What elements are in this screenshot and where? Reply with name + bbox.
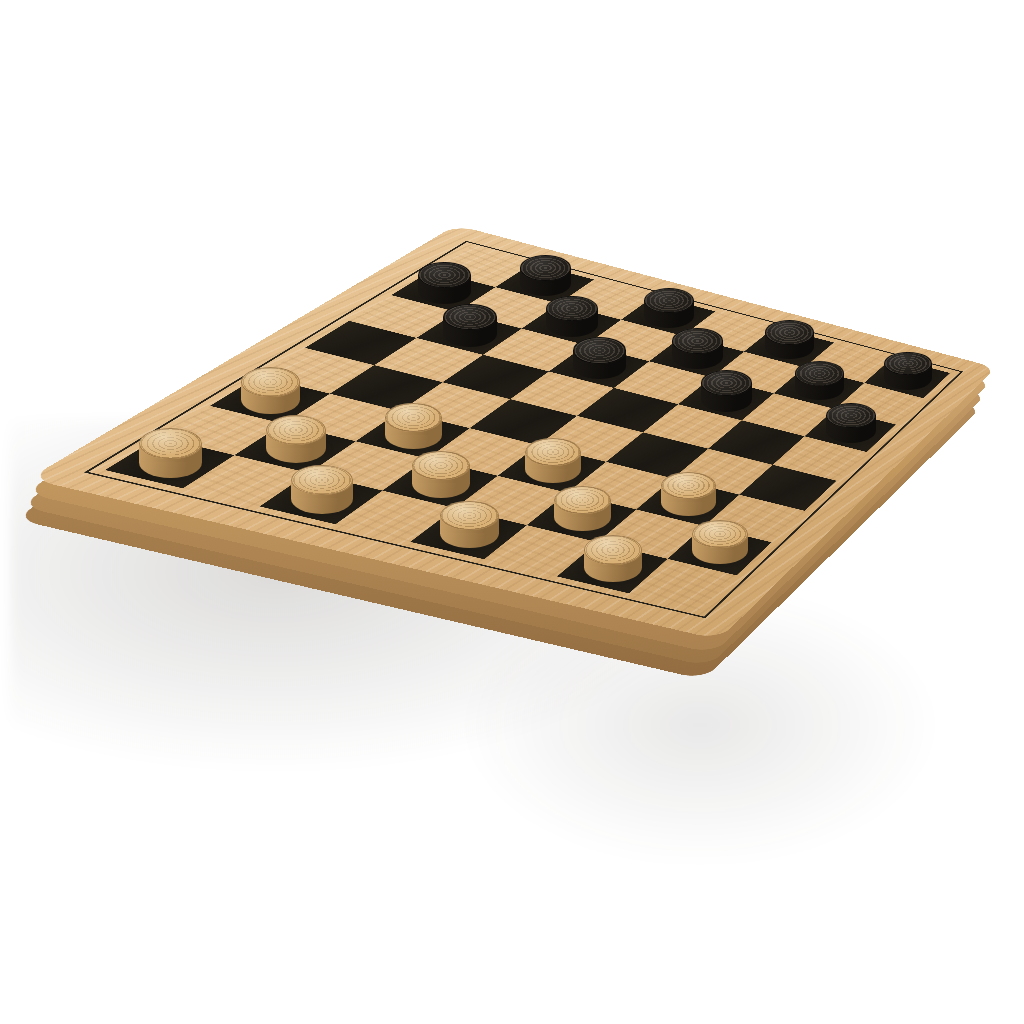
piece-black[interactable] [884, 352, 932, 390]
piece-black[interactable] [644, 288, 694, 328]
piece-white[interactable] [385, 403, 443, 449]
piece-white[interactable] [440, 501, 500, 549]
piece-black[interactable] [672, 328, 723, 369]
piece-white[interactable] [661, 472, 716, 516]
piece-white[interactable] [241, 367, 300, 414]
piece-black[interactable] [546, 296, 598, 338]
piece-white[interactable] [692, 520, 748, 565]
piece-black[interactable] [573, 337, 626, 379]
piece-white[interactable] [584, 535, 642, 582]
piece-white[interactable] [412, 451, 471, 498]
piece-black[interactable] [765, 320, 814, 359]
piece-black[interactable] [826, 403, 876, 443]
piece-black[interactable] [520, 255, 571, 296]
piece-white[interactable] [525, 438, 581, 483]
pieces-layer [0, 0, 1024, 1024]
piece-black[interactable] [795, 361, 845, 401]
piece-white[interactable] [139, 428, 202, 478]
piece-white[interactable] [291, 465, 352, 514]
piece-black[interactable] [443, 304, 497, 347]
piece-black[interactable] [418, 262, 471, 304]
piece-white[interactable] [266, 415, 326, 463]
checkers-photo-scene [0, 0, 1024, 1024]
piece-black[interactable] [701, 370, 752, 411]
piece-white[interactable] [554, 486, 611, 532]
